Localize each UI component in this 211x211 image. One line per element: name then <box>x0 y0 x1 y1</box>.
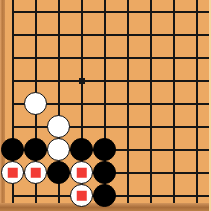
board-intersection <box>24 138 47 161</box>
black-stone <box>47 161 70 184</box>
board-intersection <box>24 161 47 184</box>
board-intersection <box>47 115 70 138</box>
red-square-mark <box>76 167 87 178</box>
red-square-mark <box>30 167 41 178</box>
board-intersection <box>47 161 70 184</box>
white-stone <box>24 92 47 115</box>
stones-layer <box>1 0 208 207</box>
board-intersection <box>24 92 47 115</box>
go-board[interactable] <box>0 0 211 211</box>
go-diagram <box>0 0 211 211</box>
board-intersection <box>1 138 24 161</box>
board-intersection <box>70 161 93 184</box>
red-square-mark <box>76 190 87 201</box>
board-intersection <box>70 138 93 161</box>
board-intersection <box>93 184 116 207</box>
board-intersection <box>93 161 116 184</box>
board-intersection <box>70 184 93 207</box>
board-right-edge <box>209 0 211 211</box>
black-stone <box>24 138 47 161</box>
black-stone <box>93 184 116 207</box>
board-intersection <box>47 138 70 161</box>
black-stone <box>1 138 24 161</box>
white-stone <box>47 115 70 138</box>
black-stone <box>70 138 93 161</box>
black-stone <box>93 161 116 184</box>
board-intersection <box>93 138 116 161</box>
red-square-mark <box>7 167 18 178</box>
white-stone <box>47 138 70 161</box>
black-stone <box>93 138 116 161</box>
board-intersection <box>1 161 24 184</box>
